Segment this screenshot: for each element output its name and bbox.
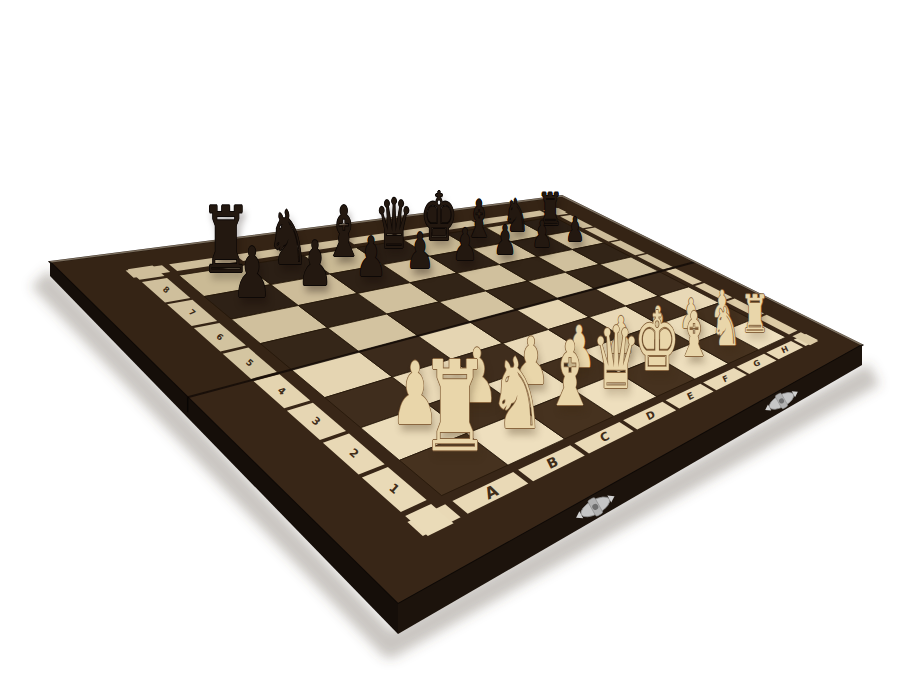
piece-white-queen-d1[interactable]: ♛ (592, 314, 641, 400)
piece-black-pawn-b7[interactable]: ♟ (297, 234, 332, 296)
chess-set-photo: ABCDEFGH12345678 ♜♞♝♟♚♟♛♟♝♟♟♞♟♜♟♟♟♟♜♟♞♟♝… (0, 0, 900, 675)
piece-black-pawn-d7[interactable]: ♟ (406, 227, 434, 276)
piece-white-rook-h1[interactable]: ♜ (740, 289, 769, 341)
piece-black-pawn-e7[interactable]: ♟ (452, 223, 477, 267)
piece-white-bishop-f1[interactable]: ♝ (676, 305, 711, 367)
piece-black-pawn-c7[interactable]: ♟ (355, 230, 386, 285)
piece-white-rook-a1[interactable]: ♜ (420, 345, 490, 470)
piece-white-knight-b1[interactable]: ♞ (489, 345, 545, 444)
piece-black-pawn-h7[interactable]: ♟ (566, 213, 585, 246)
piece-black-pawn-f7[interactable]: ♟ (494, 220, 517, 260)
piece-white-king-e1[interactable]: ♚ (634, 301, 680, 383)
piece-black-pawn-g7[interactable]: ♟ (532, 216, 553, 253)
piece-black-pawn-a7[interactable]: ♟ (232, 238, 271, 308)
piece-white-knight-g1[interactable]: ♞ (711, 301, 741, 354)
piece-white-bishop-c1[interactable]: ♝ (544, 331, 595, 421)
